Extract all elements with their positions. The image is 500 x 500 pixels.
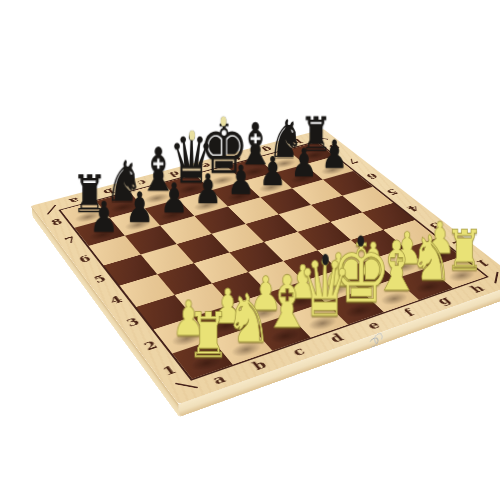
white-rook[interactable]: ♜ [160,259,257,366]
product-photo-stage: abcdefgh abcdefgh 87654321 87654321 ♜♞♝♛… [0,0,500,500]
chess-board: abcdefgh abcdefgh 87654321 87654321 ♜♞♝♛… [31,129,500,404]
black-pawn[interactable]: ♟ [63,146,145,237]
piece-glyph: ♜ [187,307,230,366]
corner-mark-a1 [175,383,198,389]
piece-glyph: ♟ [89,197,118,237]
